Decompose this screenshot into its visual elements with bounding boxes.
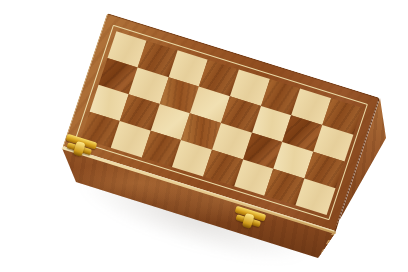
product-photo-scene <box>0 0 408 272</box>
